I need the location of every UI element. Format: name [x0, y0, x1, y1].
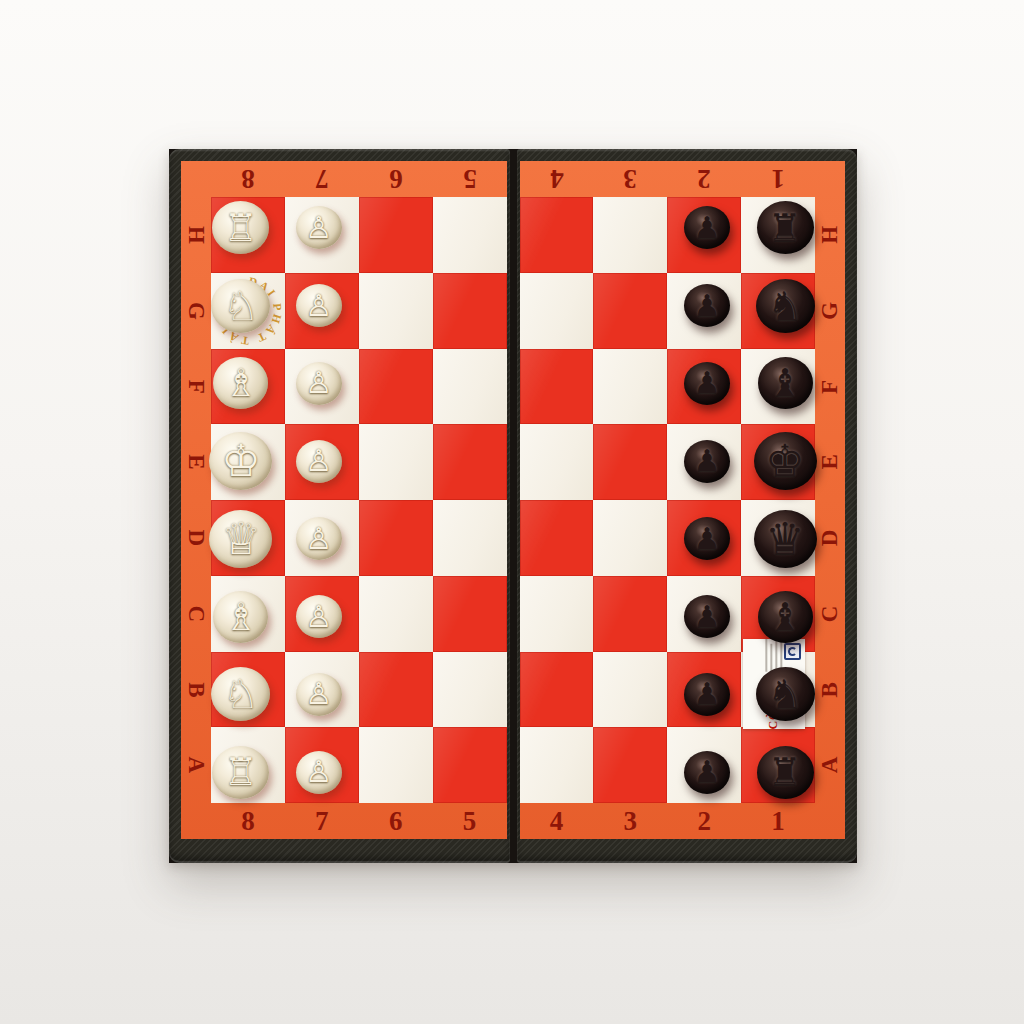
piece-glyph-bP: ♟ [694, 524, 721, 554]
square-H8: ♖ [211, 197, 285, 273]
piece-glyph-wB: ♗ [224, 364, 258, 402]
white-rook-H8: ♖ [204, 190, 278, 266]
square-D2: ♟ [667, 500, 741, 576]
white-king-E8: ♔ [204, 423, 278, 499]
piece-glyph-bP: ♟ [694, 679, 721, 709]
black-king-E1: ♚ [748, 423, 822, 499]
square-A5 [433, 727, 507, 803]
white-pawn-F7: ♙ [282, 346, 356, 422]
piece-glyph-bQ: ♛ [765, 517, 804, 561]
square-D5 [433, 500, 507, 576]
piece-glyph-bR: ♜ [768, 209, 802, 247]
black-pawn-E2: ♟ [670, 423, 744, 499]
piece-glyph-wK: ♔ [221, 439, 260, 483]
black-pawn-H2: ♟ [670, 190, 744, 266]
piece-glyph-bP: ♟ [694, 757, 721, 787]
black-pawn-D2: ♟ [670, 501, 744, 577]
square-F2: ♟ [667, 349, 741, 425]
square-E3 [593, 424, 667, 500]
piece-glyph-wP: ♙ [305, 368, 332, 398]
square-A2: ♟ [667, 727, 741, 803]
square-G2: ♟ [667, 273, 741, 349]
piece-glyph-bP: ♟ [694, 213, 721, 243]
square-E5 [433, 424, 507, 500]
square-G6 [359, 273, 433, 349]
square-E1: ♚ [741, 424, 815, 500]
board-left-playfield: 88776655HGFEDCBA♖♙ĐẠI PHÁT TÀI♘♙♗♙♔♙♕♙♗♙… [181, 161, 507, 839]
white-queen-D8: ♕ [204, 501, 278, 577]
square-F4 [520, 349, 594, 425]
piece-glyph-wP: ♙ [305, 213, 332, 243]
square-G4 [520, 273, 594, 349]
square-B8: ♘ [211, 652, 285, 728]
square-F3 [593, 349, 667, 425]
square-B3 [593, 652, 667, 728]
piece-glyph-wN: ♘ [223, 286, 259, 326]
square-H1: ♜ [741, 197, 815, 273]
square-B4 [520, 652, 594, 728]
piece-glyph-wR: ♖ [224, 209, 258, 247]
piece-glyph-bP: ♟ [694, 368, 721, 398]
white-pawn-G7: ♙ [282, 268, 356, 344]
black-pawn-C2: ♟ [670, 579, 744, 655]
square-C3 [593, 576, 667, 652]
square-G7: ♙ [285, 273, 359, 349]
square-A1: ♜ [741, 727, 815, 803]
square-G3 [593, 273, 667, 349]
square-C7: ♙ [285, 576, 359, 652]
square-A7: ♙ [285, 727, 359, 803]
rank-label-top-5: 5 [433, 161, 507, 197]
square-A3 [593, 727, 667, 803]
square-H6 [359, 197, 433, 273]
piece-glyph-wP: ♙ [305, 446, 332, 476]
white-knight-G8: ♘ [204, 268, 278, 344]
piece-glyph-bB: ♝ [768, 598, 802, 636]
square-E8: ♔ [211, 424, 285, 500]
piece-glyph-wP: ♙ [305, 679, 332, 709]
black-bishop-F1: ♝ [748, 346, 822, 422]
piece-glyph-bP: ♟ [694, 291, 721, 321]
square-B5 [433, 652, 507, 728]
piece-glyph-bB: ♝ [768, 364, 802, 402]
white-pawn-A7: ♙ [282, 734, 356, 810]
square-B1: CỜ VUA♞ [741, 652, 815, 728]
square-H7: ♙ [285, 197, 359, 273]
black-knight-G1: ♞ [748, 268, 822, 344]
square-C1: ♝ [741, 576, 815, 652]
piece-glyph-wQ: ♕ [221, 517, 260, 561]
piece-glyph-wN: ♘ [223, 674, 259, 714]
square-F1: ♝ [741, 349, 815, 425]
square-B2: ♟ [667, 652, 741, 728]
rank-label-top-4: 4 [520, 161, 594, 197]
square-D3 [593, 500, 667, 576]
square-C2: ♟ [667, 576, 741, 652]
square-E2: ♟ [667, 424, 741, 500]
rank-label-bottom-6: 6 [359, 803, 433, 839]
piece-glyph-wP: ♙ [305, 524, 332, 554]
square-D4 [520, 500, 594, 576]
square-B7: ♙ [285, 652, 359, 728]
square-F6 [359, 349, 433, 425]
square-C4 [520, 576, 594, 652]
piece-glyph-wB: ♗ [224, 598, 258, 636]
square-A8: ♖ [211, 727, 285, 803]
white-bishop-C8: ♗ [204, 579, 278, 655]
square-D6 [359, 500, 433, 576]
black-pawn-F2: ♟ [670, 346, 744, 422]
white-pawn-H7: ♙ [282, 190, 356, 266]
rank-label-top-3: 3 [593, 161, 667, 197]
board-right-half: 44332211HGFEDCBA♟♜♟♞♟♝♟♚♟♛♟♝♟CỜ VUA♞♟♜ [517, 149, 858, 863]
black-queen-D1: ♛ [748, 501, 822, 577]
black-pawn-A2: ♟ [670, 734, 744, 810]
square-B6 [359, 652, 433, 728]
black-rook-H1: ♜ [748, 190, 822, 266]
square-C5 [433, 576, 507, 652]
piece-glyph-bP: ♟ [694, 446, 721, 476]
square-G1: ♞ [741, 273, 815, 349]
square-F8: ♗ [211, 349, 285, 425]
square-H3 [593, 197, 667, 273]
piece-glyph-bP: ♟ [694, 602, 721, 632]
square-D1: ♛ [741, 500, 815, 576]
black-knight-B1: ♞ [748, 657, 822, 733]
square-H5 [433, 197, 507, 273]
square-F7: ♙ [285, 349, 359, 425]
piece-glyph-bN: ♞ [767, 674, 803, 714]
black-pawn-B2: ♟ [670, 657, 744, 733]
white-pawn-B7: ♙ [282, 657, 356, 733]
piece-glyph-wP: ♙ [305, 757, 332, 787]
square-H2: ♟ [667, 197, 741, 273]
white-knight-B8: ♘ [204, 657, 278, 733]
rank-label-bottom-4: 4 [520, 803, 594, 839]
board-left-half: 88776655HGFEDCBA♖♙ĐẠI PHÁT TÀI♘♙♗♙♔♙♕♙♗♙… [169, 149, 510, 863]
white-pawn-C7: ♙ [282, 579, 356, 655]
board-right-playfield: 44332211HGFEDCBA♟♜♟♞♟♝♟♚♟♛♟♝♟CỜ VUA♞♟♜ [520, 161, 846, 839]
square-A4 [520, 727, 594, 803]
rank-label-bottom-5: 5 [433, 803, 507, 839]
piece-glyph-wR: ♖ [224, 753, 258, 791]
square-D7: ♙ [285, 500, 359, 576]
piece-glyph-wP: ♙ [305, 602, 332, 632]
piece-glyph-bR: ♜ [768, 753, 802, 791]
black-rook-A1: ♜ [748, 734, 822, 810]
rank-label-top-6: 6 [359, 161, 433, 197]
square-E6 [359, 424, 433, 500]
square-E4 [520, 424, 594, 500]
piece-glyph-bK: ♚ [765, 439, 804, 483]
square-G5 [433, 273, 507, 349]
square-D8: ♕ [211, 500, 285, 576]
white-pawn-E7: ♙ [282, 423, 356, 499]
square-H4 [520, 197, 594, 273]
white-bishop-F8: ♗ [204, 346, 278, 422]
white-pawn-D7: ♙ [282, 501, 356, 577]
square-C6 [359, 576, 433, 652]
rank-label-bottom-3: 3 [593, 803, 667, 839]
white-rook-A8: ♖ [204, 734, 278, 810]
piece-glyph-bN: ♞ [767, 286, 803, 326]
square-E7: ♙ [285, 424, 359, 500]
square-F5 [433, 349, 507, 425]
black-bishop-C1: ♝ [748, 579, 822, 655]
square-G8: ĐẠI PHÁT TÀI♘ [211, 273, 285, 349]
chess-board: 88776655HGFEDCBA♖♙ĐẠI PHÁT TÀI♘♙♗♙♔♙♕♙♗♙… [169, 149, 857, 863]
square-A6 [359, 727, 433, 803]
square-C8: ♗ [211, 576, 285, 652]
piece-glyph-wP: ♙ [305, 291, 332, 321]
black-pawn-G2: ♟ [670, 268, 744, 344]
